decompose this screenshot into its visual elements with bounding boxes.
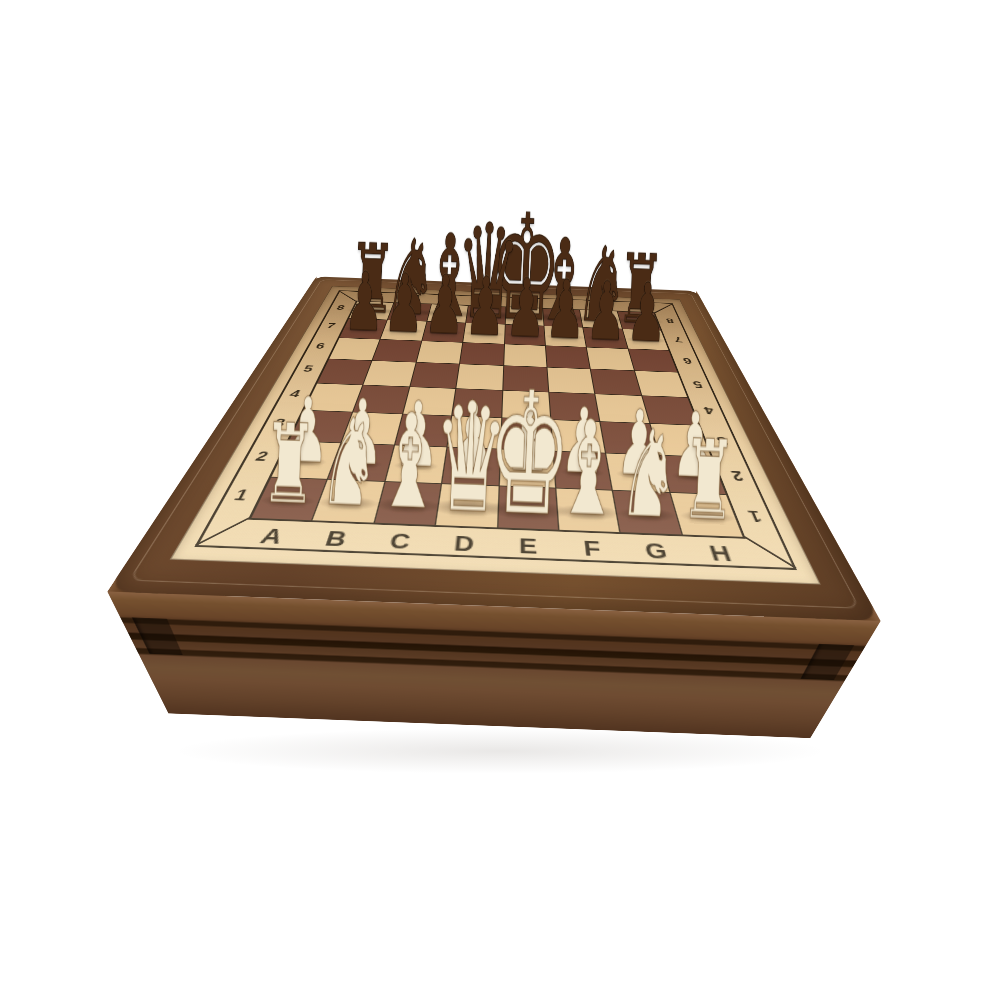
- drawer-notch-right: [801, 644, 855, 680]
- pieces-layer: ♜♞♝♛♚♝♞♜♟♟♟♟♟♟♟♟♟♟♟♟♟♟♟♟♜♞♝♛♚♝♞♜: [107, 276, 880, 621]
- camera-roll-wrapper: AABBCCDDEEFFGGHH1122334455667788 ♜♞♝♛♚♝♞…: [0, 0, 1000, 1000]
- chess-board: AABBCCDDEEFFGGHH1122334455667788 ♜♞♝♛♚♝♞…: [107, 276, 880, 621]
- photo-background: AABBCCDDEEFFGGHH1122334455667788 ♜♞♝♛♚♝♞…: [0, 0, 1000, 1000]
- piece-white-knight[interactable]: ♞: [314, 401, 385, 524]
- drawer-notch-left: [132, 617, 183, 655]
- chess-box: AABBCCDDEEFFGGHH1122334455667788 ♜♞♝♛♚♝♞…: [107, 276, 880, 621]
- piece-white-knight[interactable]: ♞: [613, 413, 684, 536]
